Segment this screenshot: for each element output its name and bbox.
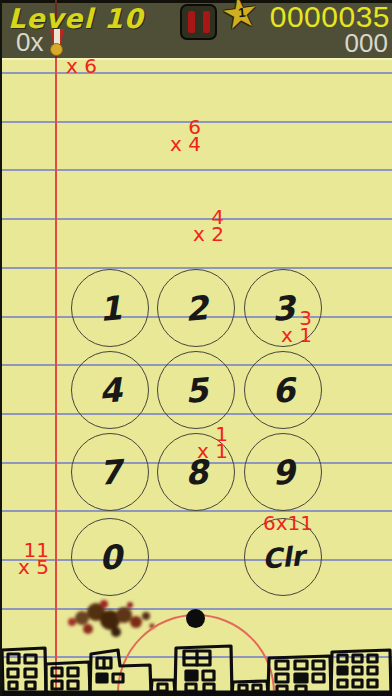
key-5[interactable]: 5 <box>157 351 235 429</box>
key-label: 6 <box>270 370 296 411</box>
game-screen: 1234567890Clr 3x 66x 44x 23x 11x 111x 56… <box>0 0 392 696</box>
key-label: Clr <box>261 540 306 575</box>
key-4[interactable]: 4 <box>71 351 149 429</box>
key-7[interactable]: 7 <box>71 433 149 511</box>
key-label: 1 <box>97 288 123 329</box>
key-3[interactable]: 3 <box>244 269 322 347</box>
medal-icon <box>49 29 65 59</box>
right-counter: 000 <box>345 28 388 59</box>
screen-left-edge <box>0 0 2 696</box>
pause-icon <box>203 11 210 33</box>
city-skyline-doodle <box>0 640 392 696</box>
key-label: 8 <box>183 452 209 493</box>
key-label: 3 <box>270 288 296 329</box>
pause-button[interactable] <box>180 4 217 40</box>
key-label: 7 <box>97 452 123 493</box>
key-2[interactable]: 2 <box>157 269 235 347</box>
key-label: 4 <box>97 370 123 411</box>
pause-icon <box>188 11 195 33</box>
medal-disc <box>50 43 63 56</box>
key-0[interactable]: 0 <box>71 518 149 596</box>
key-label: 5 <box>183 370 209 411</box>
key-clr[interactable]: Clr <box>244 518 322 596</box>
star-rank-icon: ★ 1 <box>221 0 263 34</box>
key-label: 9 <box>270 452 296 493</box>
key-label: 0 <box>97 537 123 578</box>
key-8[interactable]: 8 <box>157 433 235 511</box>
keypad: 1234567890Clr <box>0 0 392 696</box>
key-1[interactable]: 1 <box>71 269 149 347</box>
key-9[interactable]: 9 <box>244 433 322 511</box>
streak-multiplier: 0x <box>16 27 43 58</box>
key-6[interactable]: 6 <box>244 351 322 429</box>
key-label: 2 <box>183 288 209 329</box>
launcher-ball <box>186 609 205 628</box>
